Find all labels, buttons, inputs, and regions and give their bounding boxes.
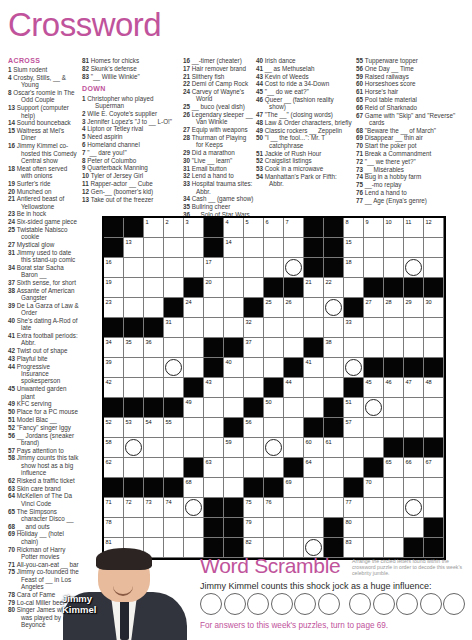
grid-cell-r8c2[interactable] (124, 358, 144, 378)
grid-cell-r3c17[interactable] (424, 258, 444, 278)
black-cell (244, 398, 264, 418)
grid-cell-r7c17[interactable] (424, 338, 444, 358)
grid-cell-r15c17[interactable] (424, 498, 444, 518)
grid-cell-r14c10[interactable]: 69 (284, 478, 304, 498)
black-cell (224, 518, 244, 538)
grid-cell-r16c2[interactable] (124, 518, 144, 538)
cell-number: 50 (266, 399, 272, 405)
grid-cell-r3c10[interactable] (284, 258, 304, 278)
grid-cell-r8c11[interactable]: 41 (304, 358, 324, 378)
grid-cell-r5c6[interactable] (204, 298, 224, 318)
scramble-letter-circle[interactable] (420, 593, 442, 615)
grid-cell-r11c14[interactable] (364, 418, 384, 438)
cell-number: 11 (406, 219, 412, 225)
grid-cell-r7c8[interactable]: 37 (244, 338, 264, 358)
grid-cell-r2c9[interactable] (264, 238, 284, 258)
grid-cell-r6c5[interactable] (184, 318, 204, 338)
grid-cell-r13c2[interactable] (124, 458, 144, 478)
grid-cell-r17c13[interactable]: 83 (344, 538, 364, 558)
grid-cell-r10c17[interactable] (424, 398, 444, 418)
grid-cell-r2c14[interactable] (364, 238, 384, 258)
clue-down-4: 4 Lipton or Tetley rival (82, 125, 179, 132)
grid-cell-r13c4[interactable] (164, 458, 184, 478)
grid-cell-r7c16[interactable] (404, 338, 424, 358)
grid-cell-r13c8[interactable] (244, 458, 264, 478)
grid-cell-r9c12[interactable] (324, 378, 344, 398)
grid-cell-r5c1[interactable]: 23 (104, 298, 124, 318)
grid-cell-r12c11[interactable]: 60 (304, 438, 324, 458)
grid-cell-r10c13[interactable]: 51 (344, 398, 364, 418)
cell-number: 72 (126, 499, 132, 505)
grid-cell-r5c2[interactable] (124, 298, 144, 318)
grid-cell-r8c7[interactable]: 40 (224, 358, 244, 378)
grid-cell-r7c5[interactable] (184, 338, 204, 358)
clue-down-47: 47 "The __" (closing words) (256, 111, 352, 118)
grid-cell-r7c1[interactable]: 34 (104, 338, 124, 358)
scramble-letter-circle[interactable] (396, 593, 418, 615)
grid-cell-r14c16[interactable] (404, 478, 424, 498)
clue-across-19: 19 Surfer's ride (8, 180, 79, 187)
cell-number: 77 (346, 499, 352, 505)
grid-cell-r2c13[interactable]: 15 (344, 238, 364, 258)
scramble-letter-circle[interactable] (271, 593, 293, 615)
grid-cell-r12c14[interactable] (364, 438, 384, 458)
clue-down-21: 21 Slithery fish (183, 73, 255, 80)
black-cell (304, 218, 324, 238)
grid-cell-r10c15[interactable] (384, 398, 404, 418)
grid-cell-r14c17[interactable] (424, 478, 444, 498)
grid-cell-r15c3[interactable]: 73 (144, 498, 164, 518)
black-cell (104, 318, 124, 338)
grid-cell-r5c9[interactable]: 25 (264, 298, 284, 318)
grid-cell-r14c12[interactable] (324, 478, 344, 498)
grid-cell-r9c2[interactable] (124, 378, 144, 398)
grid-cell-r6c8[interactable]: 32 (244, 318, 264, 338)
grid-cell-r15c15[interactable] (384, 498, 404, 518)
cell-number: 41 (306, 359, 312, 365)
grid-cell-r11c3[interactable]: 54 (144, 418, 164, 438)
grid-cell-r2c15[interactable] (384, 238, 404, 258)
grid-cell-r14c7[interactable] (224, 478, 244, 498)
black-cell (204, 218, 224, 238)
grid-cell-r4c3[interactable] (144, 278, 164, 298)
grid-cell-r11c10[interactable] (284, 418, 304, 438)
grid-cell-r5c7[interactable] (224, 298, 244, 318)
magazine-puzzle-page: Crossword ACROSS1 Slum rodent4 Crosby, S… (0, 0, 472, 640)
clue-down-46: 46 Queer __ (fashion reality show) (256, 96, 352, 111)
grid-cell-r3c7[interactable] (224, 258, 244, 278)
grid-cell-r15c14[interactable] (364, 498, 384, 518)
grid-cell-r12c9[interactable] (264, 438, 284, 458)
black-cell (244, 298, 264, 318)
clue-down-22: 22 Demi of Camp Rock (183, 80, 255, 87)
grid-cell-r12c12[interactable]: 61 (324, 438, 344, 458)
grid-cell-r12c10[interactable] (284, 438, 304, 458)
grid-cell-r1c8[interactable]: 5 (244, 218, 264, 238)
clue-down-2: 2 Wile E. Coyote's supplier (82, 110, 179, 117)
cell-number: 66 (406, 459, 412, 465)
word-scramble-title: Word Scramble (200, 554, 340, 578)
grid-cell-r12c5[interactable] (184, 438, 204, 458)
grid-cell-r9c10[interactable]: 44 (284, 378, 304, 398)
clue-across-40: 40 She's dating A-Rod of late (8, 317, 79, 332)
grid-cell-r11c16[interactable] (404, 418, 424, 438)
grid-cell-r5c5[interactable]: 24 (184, 298, 204, 318)
grid-cell-r4c13[interactable] (344, 278, 364, 298)
cell-number: 33 (346, 319, 352, 325)
grid-cell-r15c2[interactable]: 72 (124, 498, 144, 518)
clue-down-28: 28 Thurman of Playing for Keeps (183, 134, 255, 149)
grid-cell-r8c3[interactable] (144, 358, 164, 378)
grid-cell-r1c13[interactable]: 8 (344, 218, 364, 238)
clue-across-43: 43 Playful bite (8, 355, 79, 362)
grid-cell-r4c11[interactable]: 21 (304, 278, 324, 298)
grid-cell-r7c14[interactable] (364, 338, 384, 358)
grid-cell-r3c3[interactable] (144, 258, 164, 278)
cell-number: 28 (386, 299, 392, 305)
grid-cell-r2c8[interactable] (244, 238, 264, 258)
black-cell (124, 218, 144, 238)
grid-cell-r13c7[interactable] (224, 458, 244, 478)
cell-number: 56 (246, 419, 252, 425)
grid-cell-r5c3[interactable] (144, 298, 164, 318)
grid-cell-r16c11[interactable] (304, 518, 324, 538)
scramble-letter-circle[interactable] (443, 593, 465, 615)
clue-down-29: 29 Did a marathon (183, 149, 255, 156)
grid-cell-r3c16[interactable] (404, 258, 424, 278)
black-cell (404, 538, 424, 558)
cell-number: 46 (386, 379, 392, 385)
grid-cell-r14c6[interactable] (204, 478, 224, 498)
grid-cell-r2c7[interactable]: 14 (224, 238, 244, 258)
clue-down-30: 30 "Live __ learn" (183, 157, 255, 164)
cell-number: 79 (246, 519, 252, 525)
grid-cell-r11c6[interactable] (204, 418, 224, 438)
grid-cell-r11c2[interactable]: 53 (124, 418, 144, 438)
grid-cell-r16c5[interactable] (184, 518, 204, 538)
cell-number: 49 (186, 399, 192, 405)
grid-cell-r13c1[interactable]: 62 (104, 458, 124, 478)
grid-cell-r13c9[interactable] (264, 458, 284, 478)
scramble-letter-circle[interactable] (294, 593, 316, 615)
circle-marker (325, 299, 342, 316)
grid-cell-r6c11[interactable] (304, 318, 324, 338)
grid-cell-r9c3[interactable] (144, 378, 164, 398)
clue-down-59: 59 Raised railways (356, 73, 470, 80)
grid-cell-r10c11[interactable] (304, 398, 324, 418)
grid-cell-r15c4[interactable]: 74 (164, 498, 184, 518)
grid-cell-r9c4[interactable] (164, 378, 184, 398)
grid-cell-r16c13[interactable]: 80 (344, 518, 364, 538)
clue-down-60: 60 Horseshoes score (356, 80, 470, 87)
grid-cell-r2c16[interactable] (404, 238, 424, 258)
cell-number: 71 (106, 499, 112, 505)
grid-cell-r11c4[interactable]: 55 (164, 418, 184, 438)
grid-cell-r13c13[interactable] (344, 458, 364, 478)
grid-cell-r12c2[interactable] (124, 438, 144, 458)
grid-cell-r10c9[interactable]: 50 (264, 398, 284, 418)
grid-cell-r3c9[interactable] (264, 258, 284, 278)
grid-cell-r10c16[interactable] (404, 398, 424, 418)
grid-cell-r3c5[interactable] (184, 258, 204, 278)
cell-number: 20 (206, 279, 212, 285)
grid-cell-r13c11[interactable]: 64 (304, 458, 324, 478)
grid-cell-r15c12[interactable] (324, 498, 344, 518)
grid-cell-r1c7[interactable]: 4 (224, 218, 244, 238)
grid-cell-r11c8[interactable]: 56 (244, 418, 264, 438)
grid-cell-r11c17[interactable] (424, 418, 444, 438)
grid-cell-r17c15[interactable] (384, 538, 404, 558)
cell-number: 17 (206, 259, 212, 265)
grid-cell-r6c6[interactable] (204, 318, 224, 338)
black-cell (344, 478, 364, 498)
clue-down-66: 66 Reid of Sharknado (356, 104, 470, 111)
clue-across-24: 24 Six-sided game piece (8, 218, 79, 225)
grid-cell-r3c4[interactable] (164, 258, 184, 278)
grid-cell-r11c15[interactable] (384, 418, 404, 438)
grid-cell-r9c8[interactable] (244, 378, 264, 398)
grid-cell-r15c9[interactable]: 76 (264, 498, 284, 518)
grid-cell-r10c10[interactable] (284, 398, 304, 418)
grid-cell-r5c16[interactable]: 29 (404, 298, 424, 318)
grid-cell-r10c6[interactable] (204, 398, 224, 418)
grid-cell-r13c12[interactable] (324, 458, 344, 478)
grid-cell-r1c3[interactable]: 1 (144, 218, 164, 238)
grid-cell-r3c8[interactable] (244, 258, 264, 278)
grid-cell-r11c9[interactable] (264, 418, 284, 438)
grid-cell-r1c4[interactable]: 2 (164, 218, 184, 238)
grid-cell-r3c13[interactable]: 18 (344, 258, 364, 278)
grid-cell-r5c11[interactable] (304, 298, 324, 318)
grid-cell-r13c6[interactable]: 63 (204, 458, 224, 478)
scramble-letter-circle[interactable] (318, 593, 340, 615)
grid-cell-r17c14[interactable] (364, 538, 384, 558)
grid-cell-r6c9[interactable] (264, 318, 284, 338)
grid-cell-r2c4[interactable] (164, 238, 184, 258)
cell-number: 54 (146, 419, 152, 425)
grid-cell-r8c9[interactable] (264, 358, 284, 378)
grid-cell-r5c14[interactable]: 27 (364, 298, 384, 318)
grid-cell-r3c6[interactable]: 17 (204, 258, 224, 278)
grid-cell-r12c4[interactable] (164, 438, 184, 458)
grid-cell-r4c7[interactable] (224, 278, 244, 298)
cell-number: 16 (106, 259, 112, 265)
scramble-letter-circle[interactable] (373, 593, 395, 615)
grid-cell-r9c15[interactable]: 46 (384, 378, 404, 398)
black-cell (324, 398, 344, 418)
grid-cell-r7c9[interactable] (264, 338, 284, 358)
grid-cell-r2c3[interactable] (144, 238, 164, 258)
black-cell (364, 358, 384, 378)
circle-marker (405, 259, 422, 276)
clue-across-23: 23 Be in hock (8, 210, 79, 217)
scramble-letter-circle[interactable] (200, 593, 222, 615)
grid-cell-r9c6[interactable]: 43 (204, 378, 224, 398)
clue-down-50: 50 "I __ the fool...": Mr. T catchphrase (256, 134, 352, 149)
grid-cell-r16c14[interactable] (364, 518, 384, 538)
grid-cell-r1c14[interactable]: 9 (364, 218, 384, 238)
black-cell (404, 358, 424, 378)
grid-cell-r15c1[interactable]: 71 (104, 498, 124, 518)
black-cell (344, 298, 364, 318)
grid-cell-r16c1[interactable]: 78 (104, 518, 124, 538)
cell-number: 62 (106, 459, 112, 465)
grid-cell-r16c16[interactable] (404, 518, 424, 538)
grid-cell-r3c2[interactable] (124, 258, 144, 278)
grid-cell-r15c5[interactable] (184, 498, 204, 518)
grid-cell-r12c7[interactable]: 59 (224, 438, 244, 458)
cell-number: 44 (286, 379, 292, 385)
scramble-letter-circle[interactable] (247, 593, 269, 615)
grid-cell-r12c8[interactable] (244, 438, 264, 458)
grid-cell-r6c10[interactable] (284, 318, 304, 338)
grid-cell-r10c5[interactable]: 49 (184, 398, 204, 418)
grid-cell-r6c13[interactable]: 33 (344, 318, 364, 338)
grid-cell-r9c14[interactable]: 45 (364, 378, 384, 398)
grid-cell-r15c11[interactable] (304, 498, 324, 518)
grid-cell-r11c5[interactable] (184, 418, 204, 438)
clue-down-45: 45 "__ do we eat?" (256, 88, 352, 95)
grid-cell-r4c8[interactable] (244, 278, 264, 298)
grid-cell-r7c10[interactable] (284, 338, 304, 358)
grid-cell-r8c13[interactable] (344, 358, 364, 378)
grid-cell-r13c17[interactable]: 67 (424, 458, 444, 478)
grid-cell-r1c17[interactable]: 12 (424, 218, 444, 238)
grid-cell-r14c11[interactable] (304, 478, 324, 498)
grid-cell-r14c15[interactable] (384, 478, 404, 498)
grid-cell-r16c15[interactable] (384, 518, 404, 538)
cell-number: 29 (406, 299, 412, 305)
black-cell (424, 538, 444, 558)
cell-number: 48 (426, 379, 432, 385)
grid-cell-r6c12[interactable] (324, 318, 344, 338)
grid-cell-r2c5[interactable] (184, 238, 204, 258)
grid-cell-r4c4[interactable] (164, 278, 184, 298)
grid-cell-r4c6[interactable]: 20 (204, 278, 224, 298)
grid-cell-r1c9[interactable]: 6 (264, 218, 284, 238)
cell-number: 39 (106, 359, 112, 365)
grid-cell-r9c1[interactable]: 42 (104, 378, 124, 398)
grid-cell-r6c4[interactable]: 31 (164, 318, 184, 338)
photo-caption-line2: Kimmel (62, 605, 96, 616)
grid-cell-r15c13[interactable]: 77 (344, 498, 364, 518)
grid-cell-r14c14[interactable]: 70 (364, 478, 384, 498)
grid-cell-r7c4[interactable] (164, 338, 184, 358)
grid-cell-r9c11[interactable] (304, 378, 324, 398)
clue-down-73: 73 __ Misérables (356, 166, 470, 173)
clue-across-49: 49 KFC serving (8, 400, 79, 407)
grid-cell-r8c1[interactable]: 39 (104, 358, 124, 378)
grid-cell-r3c15[interactable] (384, 258, 404, 278)
grid-cell-r4c1[interactable]: 19 (104, 278, 124, 298)
grid-cell-r9c16[interactable]: 47 (404, 378, 424, 398)
black-cell (164, 398, 184, 418)
grid-cell-r12c13[interactable] (344, 438, 364, 458)
grid-cell-r9c17[interactable]: 48 (424, 378, 444, 398)
grid-cell-r9c7[interactable] (224, 378, 244, 398)
grid-cell-r13c15[interactable]: 65 (384, 458, 404, 478)
grid-cell-r12c3[interactable] (144, 438, 164, 458)
circle-marker (365, 399, 382, 416)
grid-cell-r15c16[interactable] (404, 498, 424, 518)
grid-cell-r16c4[interactable] (164, 518, 184, 538)
black-cell (204, 358, 224, 378)
grid-cell-r7c12[interactable]: 38 (324, 338, 344, 358)
grid-cell-r10c14[interactable] (364, 398, 384, 418)
cell-number: 34 (106, 339, 112, 345)
grid-cell-r5c12[interactable] (324, 298, 344, 318)
grid-cell-r6c15[interactable] (384, 318, 404, 338)
grid-cell-r6c14[interactable] (364, 318, 384, 338)
grid-cell-r15c8[interactable]: 75 (244, 498, 264, 518)
grid-cell-r6c7[interactable] (224, 318, 244, 338)
clue-across-82: 82 Skunk's defense (82, 65, 179, 72)
clue-down-26: 26 Legendary sleeper __ Van Winkle (183, 111, 255, 126)
grid-cell-r5c10[interactable]: 26 (284, 298, 304, 318)
scramble-letter-circle[interactable] (224, 593, 246, 615)
grid-cell-r12c1[interactable]: 58 (104, 438, 124, 458)
grid-cell-r16c9[interactable] (264, 518, 284, 538)
grid-cell-r11c13[interactable]: 57 (344, 418, 364, 438)
clue-across-64: 64 McKellen of The Da Vinci Code (8, 492, 79, 507)
grid-cell-r6c17[interactable] (424, 318, 444, 338)
grid-cell-r14c5[interactable]: 68 (184, 478, 204, 498)
clue-down-61: 61 Horse's hair (356, 88, 470, 95)
grid-cell-r7c2[interactable]: 35 (124, 338, 144, 358)
grid-cell-r11c1[interactable]: 52 (104, 418, 124, 438)
scramble-instructions: Arrange the circled letters found within… (352, 558, 468, 577)
grid-cell-r8c4[interactable] (164, 358, 184, 378)
grid-cell-r15c10[interactable] (284, 498, 304, 518)
grid-cell-r1c16[interactable]: 11 (404, 218, 424, 238)
grid-cell-r5c17[interactable]: 30 (424, 298, 444, 318)
grid-cell-r10c7[interactable] (224, 398, 244, 418)
grid-cell-r6c16[interactable] (404, 318, 424, 338)
grid-cell-r2c10[interactable] (284, 238, 304, 258)
grid-cell-r8c5[interactable] (184, 358, 204, 378)
grid-cell-r2c17[interactable] (424, 238, 444, 258)
cell-number: 51 (346, 399, 352, 405)
black-cell (284, 458, 304, 478)
grid-cell-r2c2[interactable]: 13 (124, 238, 144, 258)
cell-number: 81 (106, 539, 112, 545)
scramble-letter-circle[interactable] (349, 593, 371, 615)
grid-cell-r8c12[interactable] (324, 358, 344, 378)
black-cell (384, 278, 404, 298)
grid-cell-r16c8[interactable]: 79 (244, 518, 264, 538)
grid-cell-r1c10[interactable]: 7 (284, 218, 304, 238)
grid-cell-r13c3[interactable] (144, 458, 164, 478)
clue-down-34: 34 Cash __ (game show) (183, 195, 255, 202)
grid-cell-r12c6[interactable] (204, 438, 224, 458)
cell-number: 35 (126, 339, 132, 345)
grid-cell-r16c3[interactable] (144, 518, 164, 538)
grid-cell-r8c8[interactable] (244, 358, 264, 378)
grid-cell-r16c10[interactable] (284, 518, 304, 538)
clue-across-57: 57 Pays attention to (8, 447, 79, 454)
grid-cell-r1c5[interactable]: 3 (184, 218, 204, 238)
grid-cell-r1c15[interactable]: 10 (384, 218, 404, 238)
grid-cell-r7c13[interactable] (344, 338, 364, 358)
grid-cell-r7c3[interactable]: 36 (144, 338, 164, 358)
grid-cell-r4c2[interactable] (124, 278, 144, 298)
grid-cell-r7c15[interactable] (384, 338, 404, 358)
grid-cell-r4c12[interactable]: 22 (324, 278, 344, 298)
grid-cell-r5c15[interactable]: 28 (384, 298, 404, 318)
grid-cell-r3c1[interactable]: 16 (104, 258, 124, 278)
grid-cell-r13c16[interactable]: 66 (404, 458, 424, 478)
grid-cell-r3c14[interactable] (364, 258, 384, 278)
